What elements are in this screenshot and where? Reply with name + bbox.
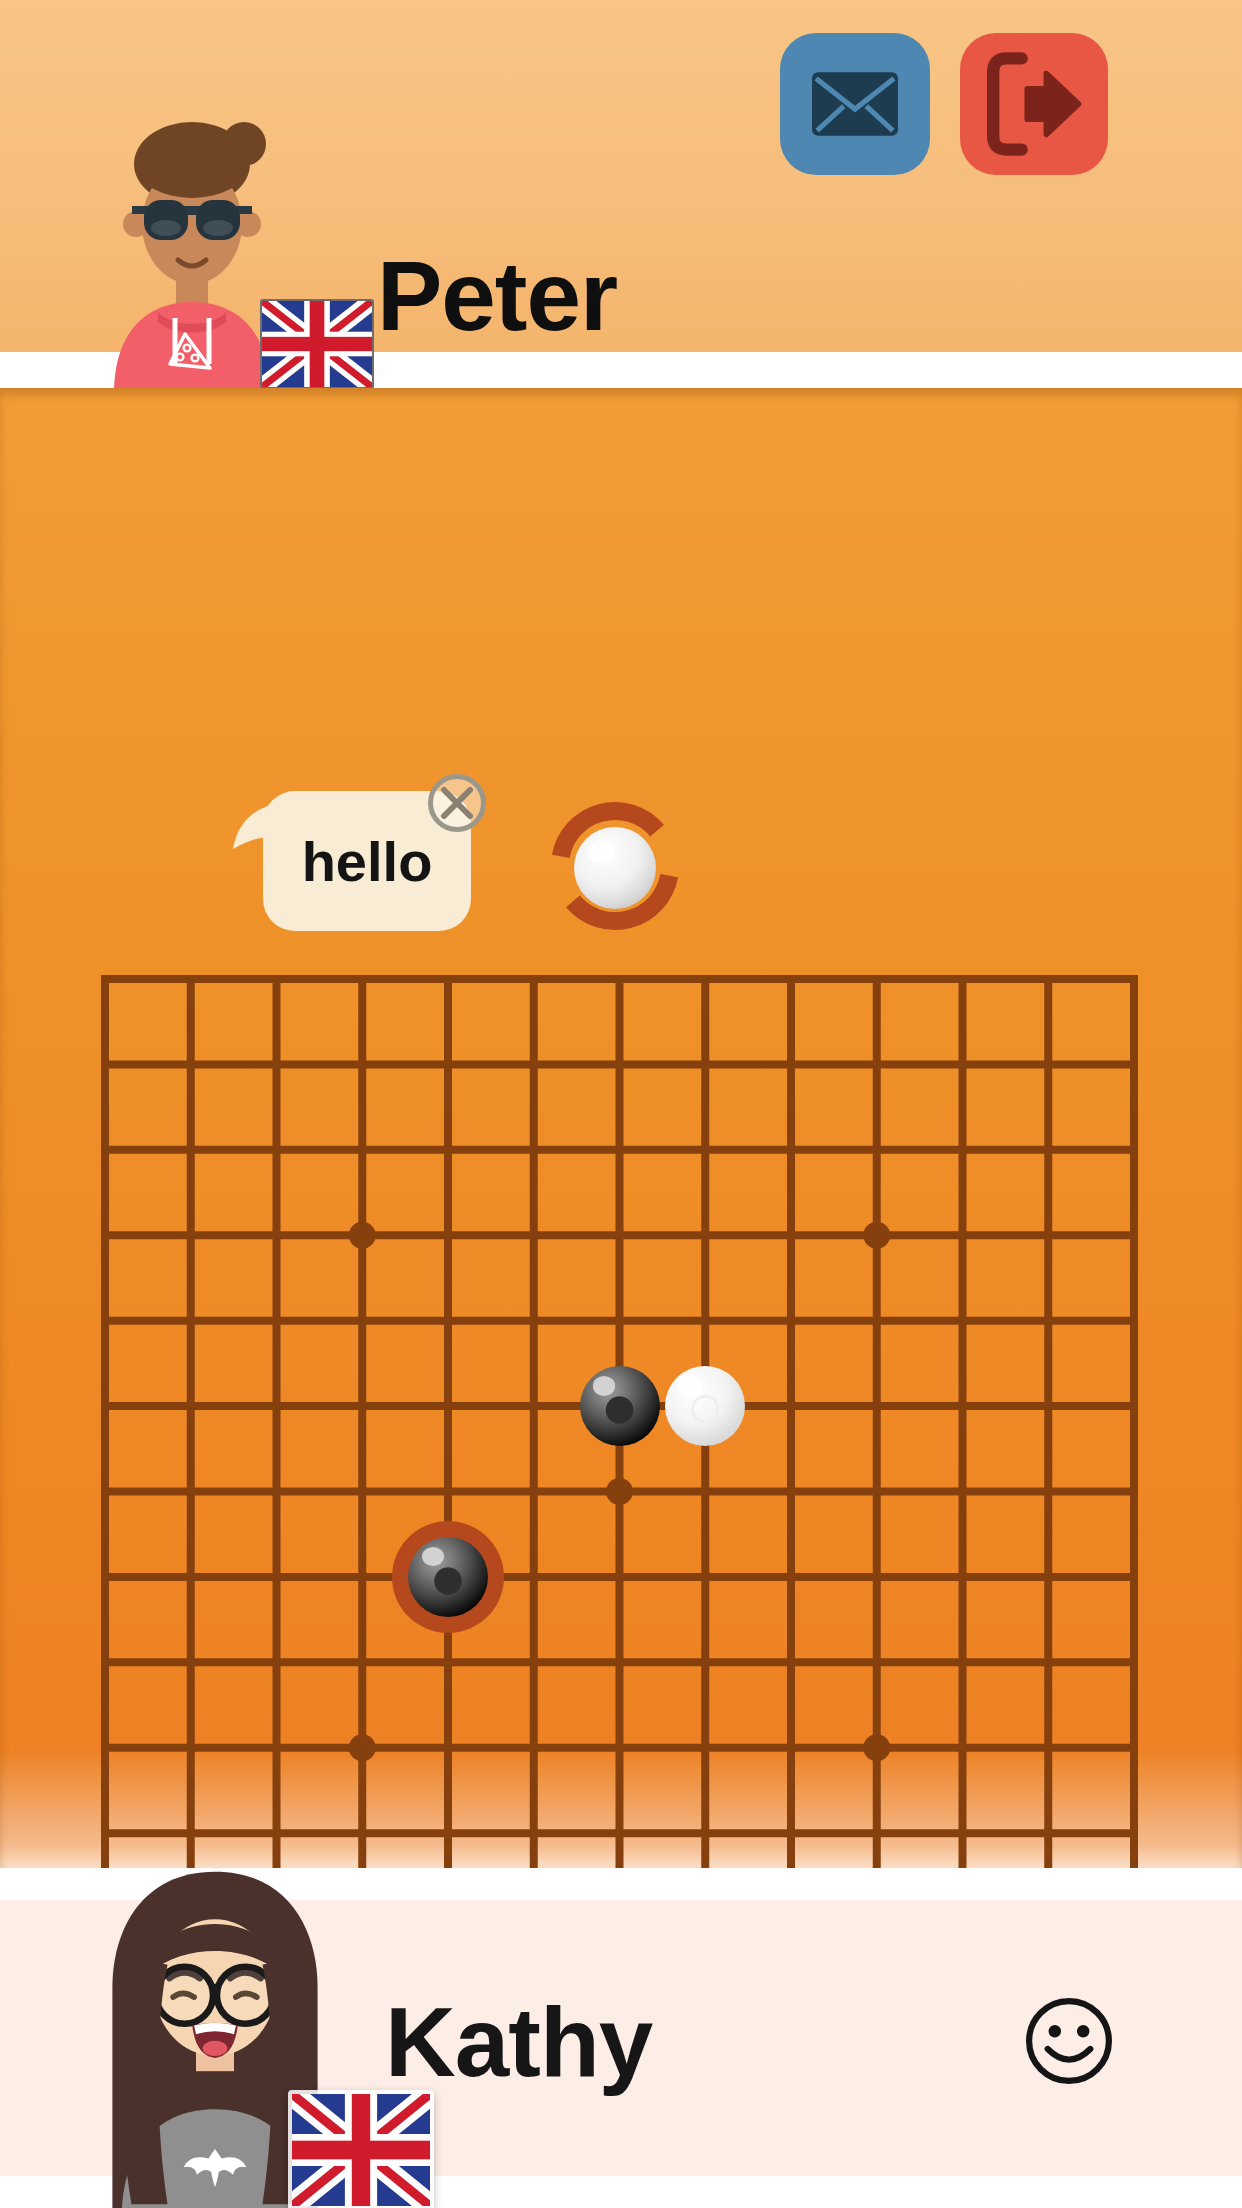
board-grid <box>101 975 1138 2008</box>
black-stone-E6: ● <box>408 1537 488 1617</box>
chat-close-button[interactable] <box>428 774 486 832</box>
star-point <box>863 1222 890 1249</box>
white-stone-H8: ○ <box>665 1366 745 1446</box>
go-board[interactable]: ●○● <box>101 975 1138 2008</box>
player-name: Kathy <box>385 1986 652 2099</box>
go-game-screen: Peter hello <box>0 0 1242 2208</box>
envelope-icon <box>812 72 898 136</box>
smiley-icon <box>1022 1988 1116 2094</box>
star-point <box>349 1734 376 1761</box>
star-point <box>606 1478 633 1505</box>
chat-message: hello <box>302 829 433 894</box>
black-stone-G8: ● <box>580 1366 660 1446</box>
star-point <box>349 1222 376 1249</box>
star-point <box>863 1734 890 1761</box>
opponent-header: Peter <box>0 0 1242 388</box>
board-section: hello <box>0 388 1242 1868</box>
exit-icon <box>978 47 1090 161</box>
mail-button[interactable] <box>780 33 930 175</box>
white-stone-indicator <box>574 827 656 909</box>
emoji-button[interactable] <box>1016 1988 1122 2094</box>
player-flag-uk <box>288 2090 434 2208</box>
opponent-name: Peter <box>377 240 617 353</box>
exit-button[interactable] <box>960 33 1108 175</box>
opponent-flag-uk <box>260 299 374 388</box>
turn-indicator-white-to-move <box>545 796 685 936</box>
close-icon <box>440 786 474 820</box>
